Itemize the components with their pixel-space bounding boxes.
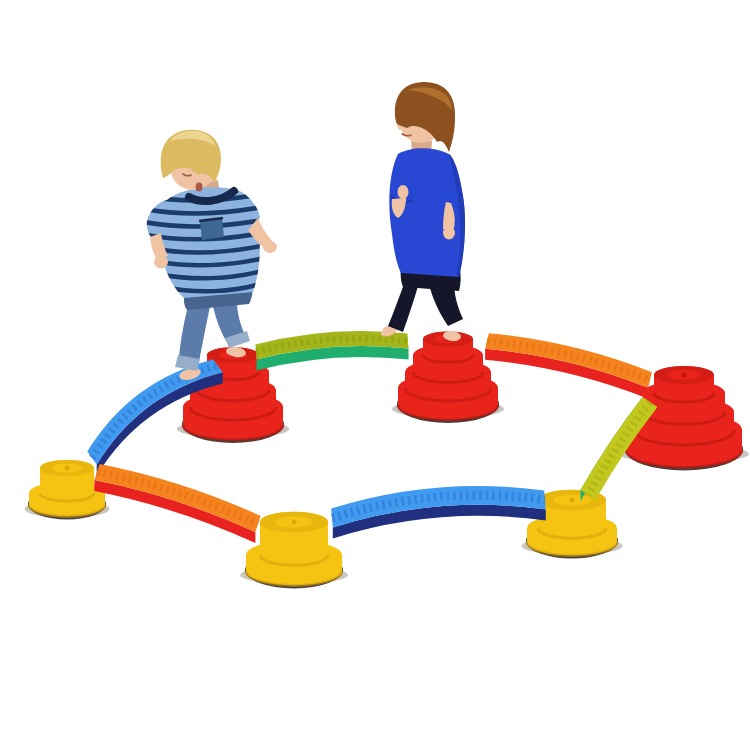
product-photo [0,0,750,750]
child-left-hand-left [154,256,168,269]
child-left-hand-right [263,241,277,253]
child-right-back-hand [443,227,455,240]
child-left-mouth [196,183,203,192]
child-right-front-hand [398,185,409,199]
balance-course-scene [0,0,750,750]
